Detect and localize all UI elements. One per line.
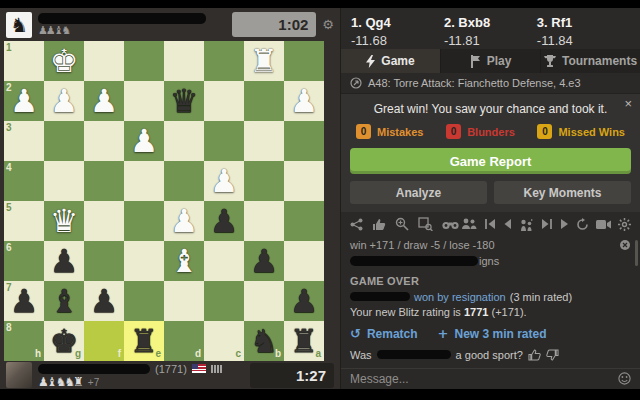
scrollbar-thumb[interactable] bbox=[635, 240, 638, 266]
review-headline: Great win! You saw your chance and took … bbox=[364, 102, 617, 116]
material-advantage: +7 bbox=[88, 377, 99, 388]
settings-gear-icon[interactable]: ⚙ bbox=[322, 18, 334, 31]
black-pawn: ♟ bbox=[44, 241, 84, 281]
stat-blunders: 0 Blunders bbox=[446, 124, 515, 139]
square-d4[interactable] bbox=[164, 161, 204, 201]
gif-camera-icon[interactable] bbox=[596, 219, 611, 230]
app-window: ♞ ♟♟♝♞ 1:02 ⚙ 1♚♜2♟♟♟♛♟3♟4♟5♛♟♟6♟♝♟7♟♝♟♟… bbox=[0, 8, 640, 389]
square-h5[interactable]: 5 bbox=[4, 201, 44, 241]
message-input[interactable]: Message... bbox=[350, 372, 409, 386]
square-b1[interactable]: ♜ bbox=[244, 41, 284, 81]
rank-label: 2 bbox=[6, 83, 12, 93]
square-a6[interactable] bbox=[284, 241, 324, 281]
file-label: b bbox=[275, 349, 281, 359]
result-suffix: (3 min rated) bbox=[510, 291, 572, 303]
square-h1[interactable]: 1 bbox=[4, 41, 44, 81]
square-c6[interactable] bbox=[204, 241, 244, 281]
thumbs-down-icon[interactable] bbox=[546, 349, 559, 361]
rank-label: 3 bbox=[6, 123, 12, 133]
previous-move-icon[interactable] bbox=[503, 218, 512, 230]
square-d3[interactable] bbox=[164, 121, 204, 161]
sport-suffix: a good sport? bbox=[456, 349, 523, 361]
engine-eval-3: -11.84 bbox=[537, 33, 630, 48]
user-avatar[interactable] bbox=[6, 362, 32, 388]
good-sport-row: Was a good sport? bbox=[341, 345, 640, 369]
mistakes-label: Mistakes bbox=[377, 126, 423, 138]
play-autoplay-icon[interactable] bbox=[560, 218, 569, 230]
game-over-title: GAME OVER bbox=[350, 275, 631, 287]
square-e3[interactable]: ♟ bbox=[124, 121, 164, 161]
message-row: Message... bbox=[341, 369, 640, 389]
square-d7[interactable] bbox=[164, 281, 204, 321]
file-label: e bbox=[155, 349, 161, 359]
opening-explorer-icon bbox=[350, 77, 362, 89]
opponent-captured-pieces: ♟♟♝♞ bbox=[38, 26, 206, 36]
opening-row[interactable]: A48: Torre Attack: Fianchetto Defense, 4… bbox=[341, 73, 640, 94]
square-a4[interactable] bbox=[284, 161, 324, 201]
square-c1[interactable] bbox=[204, 41, 244, 81]
user-meta-row: (1771) bbox=[38, 363, 222, 375]
square-g7[interactable]: ♝ bbox=[44, 281, 84, 321]
file-label: d bbox=[195, 349, 201, 359]
result-link[interactable]: won by resignation bbox=[414, 291, 506, 303]
opponent-player-bar: ♞ ♟♟♝♞ 1:02 ⚙ bbox=[0, 8, 340, 41]
mistakes-badge: 0 bbox=[356, 124, 371, 139]
us-flag-icon bbox=[192, 364, 206, 373]
white-queen: ♛ bbox=[44, 201, 84, 241]
square-b2[interactable] bbox=[244, 81, 284, 121]
square-d8[interactable]: d bbox=[164, 321, 204, 361]
rating-delta: (+171). bbox=[491, 306, 526, 318]
black-pawn: ♟ bbox=[244, 241, 284, 281]
square-h8[interactable]: 8h bbox=[4, 321, 44, 361]
square-b6[interactable]: ♟ bbox=[244, 241, 284, 281]
rating-change-row: win +171 / draw -5 / lose -180 bbox=[341, 236, 640, 252]
white-rook: ♜ bbox=[244, 41, 284, 81]
chat-redacted bbox=[350, 256, 478, 266]
opponent-avatar[interactable]: ♞ bbox=[6, 12, 32, 38]
black-queen: ♛ bbox=[164, 81, 204, 121]
toolbar-nav-group bbox=[461, 218, 631, 231]
square-e6[interactable] bbox=[124, 241, 164, 281]
first-move-icon[interactable] bbox=[484, 218, 496, 230]
screenshot-root: ♞ ♟♟♝♞ 1:02 ⚙ 1♚♜2♟♟♟♛♟3♟4♟5♛♟♟6♟♝♟7♟♝♟♟… bbox=[0, 0, 640, 400]
lightning-icon bbox=[366, 55, 375, 68]
sport-prefix: Was bbox=[350, 349, 372, 361]
like-icon[interactable] bbox=[372, 218, 386, 231]
chat-line: igns bbox=[341, 252, 640, 270]
square-b5[interactable] bbox=[244, 201, 284, 241]
opponent-clock: 1:02 bbox=[232, 12, 316, 37]
square-b4[interactable] bbox=[244, 161, 284, 201]
square-h2[interactable]: 2♟ bbox=[4, 81, 44, 121]
square-g2[interactable]: ♟ bbox=[44, 81, 84, 121]
rank-label: 6 bbox=[6, 243, 12, 253]
tab-game[interactable]: Game bbox=[341, 49, 441, 73]
square-c2[interactable] bbox=[204, 81, 244, 121]
result-line: won by resignation (3 min rated) bbox=[350, 291, 631, 303]
white-pawn: ♟ bbox=[84, 81, 124, 121]
white-pawn: ♟ bbox=[164, 201, 204, 241]
square-e2[interactable] bbox=[124, 81, 164, 121]
key-moments-button[interactable]: Key Moments bbox=[494, 181, 631, 204]
square-f1[interactable] bbox=[84, 41, 124, 81]
file-label: a bbox=[315, 349, 321, 359]
rank-label: 7 bbox=[6, 283, 12, 293]
stat-mistakes: 0 Mistakes bbox=[356, 124, 423, 139]
sport-name-redacted bbox=[377, 350, 451, 359]
square-g4[interactable] bbox=[44, 161, 84, 201]
file-label: c bbox=[235, 349, 241, 359]
square-a7[interactable]: ♟ bbox=[284, 281, 324, 321]
engine-eval-1: -11.68 bbox=[351, 33, 444, 48]
zoom-in-icon[interactable] bbox=[395, 217, 409, 231]
white-pawn: ♟ bbox=[124, 121, 164, 161]
square-b3[interactable] bbox=[244, 121, 284, 161]
tab-play[interactable]: Play bbox=[441, 49, 541, 73]
white-pawn: ♟ bbox=[44, 81, 84, 121]
square-e5[interactable] bbox=[124, 201, 164, 241]
black-pawn: ♟ bbox=[284, 281, 324, 321]
user-clock: 1:27 bbox=[250, 363, 334, 388]
opponent-name-redacted bbox=[38, 13, 206, 24]
chat-fragment: igns bbox=[479, 255, 499, 267]
square-a1[interactable] bbox=[284, 41, 324, 81]
square-h7[interactable]: 7♟ bbox=[4, 281, 44, 321]
toolbar-settings-gear-icon[interactable] bbox=[618, 218, 631, 231]
missed-wins-label: Missed Wins bbox=[558, 126, 625, 138]
side-panel: 1. Qg4 -11.68 2. Bxb8 -11.81 3. Rf1 -11.… bbox=[340, 8, 640, 389]
square-d2[interactable]: ♛ bbox=[164, 81, 204, 121]
square-e8[interactable]: e♜ bbox=[124, 321, 164, 361]
winner-name-redacted bbox=[350, 292, 410, 301]
opponent-info: ♟♟♝♞ bbox=[38, 13, 206, 36]
last-move-icon[interactable] bbox=[541, 218, 553, 230]
blunders-label: Blunders bbox=[467, 126, 515, 138]
hide-icon[interactable] bbox=[619, 239, 631, 251]
rank-label: 8 bbox=[6, 323, 12, 333]
rank-label: 5 bbox=[6, 203, 12, 213]
user-name-redacted bbox=[38, 364, 150, 374]
square-f4[interactable] bbox=[84, 161, 124, 201]
square-g6[interactable]: ♟ bbox=[44, 241, 84, 281]
missed-wins-badge: 0 bbox=[537, 124, 552, 139]
share-icon[interactable] bbox=[350, 218, 363, 231]
practice-icon[interactable] bbox=[519, 218, 534, 231]
square-a5[interactable] bbox=[284, 201, 324, 241]
black-pawn: ♟ bbox=[204, 201, 244, 241]
board-section: ♞ ♟♟♝♞ 1:02 ⚙ 1♚♜2♟♟♟♛♟3♟4♟5♛♟♟6♟♝♟7♟♝♟♟… bbox=[0, 8, 340, 389]
square-e7[interactable] bbox=[124, 281, 164, 321]
thumbs-up-icon[interactable] bbox=[528, 349, 541, 361]
engine-move-3: 3. Rf1 bbox=[537, 15, 630, 30]
square-e1[interactable] bbox=[124, 41, 164, 81]
engine-move-1: 1. Qg4 bbox=[351, 15, 444, 30]
user-player-bar: (1771) ♟♝♞♞♜+7 1:27 bbox=[0, 361, 340, 389]
close-icon[interactable]: × bbox=[624, 97, 632, 110]
square-a8[interactable]: a♜ bbox=[284, 321, 324, 361]
square-f5[interactable] bbox=[84, 201, 124, 241]
user-rating: (1771) bbox=[155, 363, 187, 375]
square-a2[interactable]: ♟ bbox=[284, 81, 324, 121]
new-rating-line: Your new Blitz rating is 1771 (+171). bbox=[350, 306, 631, 318]
file-label: h bbox=[35, 349, 41, 359]
tab-bar: Game Play Tournaments bbox=[341, 49, 640, 73]
plus-icon: + bbox=[438, 328, 449, 340]
file-label: f bbox=[118, 349, 121, 359]
engine-line-2[interactable]: 2. Bxb8 -11.81 bbox=[444, 15, 537, 49]
white-bishop: ♝ bbox=[164, 241, 204, 281]
rank-label: 4 bbox=[6, 163, 12, 173]
review-stats: 0 Mistakes 0 Blunders 0 Missed Wins bbox=[350, 124, 631, 139]
new-rating-value: 1771 bbox=[464, 306, 488, 318]
engine-eval-2: -11.81 bbox=[444, 33, 537, 48]
engine-lines: 1. Qg4 -11.68 2. Bxb8 -11.81 3. Rf1 -11.… bbox=[341, 8, 640, 49]
secondary-buttons: Analyze Key Moments bbox=[350, 181, 631, 204]
square-d6[interactable]: ♝ bbox=[164, 241, 204, 281]
analyze-button[interactable]: Analyze bbox=[350, 181, 487, 204]
user-info: (1771) ♟♝♞♞♜+7 bbox=[38, 363, 222, 388]
square-f2[interactable]: ♟ bbox=[84, 81, 124, 121]
game-over-section: GAME OVER won by resignation (3 min rate… bbox=[341, 270, 640, 345]
toolbar-left-group bbox=[350, 217, 459, 231]
post-game-actions: ↺Rematch +New 3 min rated bbox=[350, 327, 631, 341]
connection-bars-icon bbox=[211, 365, 222, 373]
emoji-icon[interactable] bbox=[618, 372, 631, 385]
square-c3[interactable] bbox=[204, 121, 244, 161]
square-f8[interactable]: f bbox=[84, 321, 124, 361]
square-d1[interactable] bbox=[164, 41, 204, 81]
trophy-icon bbox=[544, 55, 556, 68]
game-report-button[interactable]: Game Report bbox=[350, 148, 631, 174]
rematch-button[interactable]: ↺Rematch bbox=[350, 327, 418, 341]
tab-tournaments[interactable]: Tournaments bbox=[541, 49, 640, 73]
engine-line-1[interactable]: 1. Qg4 -11.68 bbox=[351, 15, 444, 49]
stat-missed-wins: 0 Missed Wins bbox=[537, 124, 625, 139]
square-g3[interactable] bbox=[44, 121, 84, 161]
square-g5[interactable]: ♛ bbox=[44, 201, 84, 241]
black-pawn: ♟ bbox=[84, 281, 124, 321]
rematch-icon: ↺ bbox=[350, 328, 361, 340]
binoculars-icon[interactable] bbox=[442, 218, 459, 230]
new-game-button[interactable]: +New 3 min rated bbox=[438, 327, 547, 341]
square-c5[interactable]: ♟ bbox=[204, 201, 244, 241]
black-bishop: ♝ bbox=[44, 281, 84, 321]
square-f7[interactable]: ♟ bbox=[84, 281, 124, 321]
players-icon[interactable] bbox=[461, 218, 477, 230]
square-c7[interactable] bbox=[204, 281, 244, 321]
square-h4[interactable]: 4 bbox=[4, 161, 44, 201]
board-search-icon[interactable] bbox=[418, 217, 433, 231]
chess-board: 1♚♜2♟♟♟♛♟3♟4♟5♛♟♟6♟♝♟7♟♝♟♟8hg♚fe♜dcb♞a♜ bbox=[4, 41, 324, 361]
game-review-card: × Great win! You saw your chance and too… bbox=[341, 94, 640, 212]
flag-icon bbox=[470, 55, 481, 68]
rank-label: 1 bbox=[6, 43, 12, 53]
game-toolbar bbox=[341, 212, 640, 235]
engine-move-2: 2. Bxb8 bbox=[444, 15, 537, 30]
square-d5[interactable]: ♟ bbox=[164, 201, 204, 241]
file-label: g bbox=[75, 349, 81, 359]
square-g8[interactable]: g♚ bbox=[44, 321, 84, 361]
white-pawn: ♟ bbox=[284, 81, 324, 121]
square-c8[interactable]: c bbox=[204, 321, 244, 361]
square-f3[interactable] bbox=[84, 121, 124, 161]
square-h3[interactable]: 3 bbox=[4, 121, 44, 161]
square-b7[interactable] bbox=[244, 281, 284, 321]
square-h6[interactable]: 6 bbox=[4, 241, 44, 281]
square-b8[interactable]: b♞ bbox=[244, 321, 284, 361]
blunders-badge: 0 bbox=[446, 124, 461, 139]
flip-board-icon[interactable] bbox=[576, 218, 589, 231]
engine-line-3[interactable]: 3. Rf1 -11.84 bbox=[537, 15, 630, 49]
opening-name: A48: Torre Attack: Fianchetto Defense, 4… bbox=[368, 77, 581, 89]
square-f6[interactable] bbox=[84, 241, 124, 281]
square-c4[interactable]: ♟ bbox=[204, 161, 244, 201]
white-pawn: ♟ bbox=[204, 161, 244, 201]
rating-change-text: win +171 / draw -5 / lose -180 bbox=[350, 239, 495, 251]
square-a3[interactable] bbox=[284, 121, 324, 161]
white-king: ♚ bbox=[44, 41, 84, 81]
square-g1[interactable]: ♚ bbox=[44, 41, 84, 81]
square-e4[interactable] bbox=[124, 161, 164, 201]
user-captured-pieces: ♟♝♞♞♜+7 bbox=[38, 377, 222, 388]
